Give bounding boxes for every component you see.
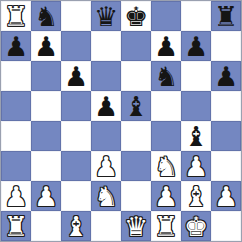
square-h3[interactable] <box>211 151 241 181</box>
white-rook-piece[interactable]: ♜ <box>4 213 28 240</box>
square-e1[interactable]: ♛ <box>121 211 151 241</box>
black-rook-piece[interactable]: ♜ <box>214 3 238 30</box>
square-h8[interactable]: ♜ <box>211 1 241 31</box>
square-b2[interactable]: ♟ <box>31 181 61 211</box>
white-pawn-piece[interactable]: ♟ <box>184 153 208 180</box>
square-g3[interactable]: ♟ <box>181 151 211 181</box>
white-pawn-piece[interactable]: ♟ <box>4 183 28 210</box>
square-f7[interactable]: ♟ <box>151 31 181 61</box>
square-b6[interactable] <box>31 61 61 91</box>
white-rook-piece[interactable]: ♜ <box>4 3 28 30</box>
white-bishop-piece[interactable]: ♝ <box>184 183 208 210</box>
white-pawn-piece[interactable]: ♟ <box>94 153 118 180</box>
square-f2[interactable]: ♟ <box>151 181 181 211</box>
square-e7[interactable] <box>121 31 151 61</box>
square-c1[interactable]: ♝ <box>61 211 91 241</box>
square-g6[interactable] <box>181 61 211 91</box>
square-c8[interactable] <box>61 1 91 31</box>
black-pawn-piece[interactable]: ♟ <box>154 33 178 60</box>
square-h5[interactable] <box>211 91 241 121</box>
square-a4[interactable] <box>1 121 31 151</box>
white-pawn-piece[interactable]: ♟ <box>34 183 58 210</box>
black-pawn-piece[interactable]: ♟ <box>214 63 238 90</box>
square-a1[interactable]: ♜ <box>1 211 31 241</box>
square-a2[interactable]: ♟ <box>1 181 31 211</box>
square-d1[interactable] <box>91 211 121 241</box>
square-c3[interactable] <box>61 151 91 181</box>
square-a5[interactable] <box>1 91 31 121</box>
square-h2[interactable]: ♟ <box>211 181 241 211</box>
square-h4[interactable] <box>211 121 241 151</box>
black-pawn-piece[interactable]: ♟ <box>4 33 28 60</box>
square-g5[interactable] <box>181 91 211 121</box>
square-e8[interactable]: ♚ <box>121 1 151 31</box>
square-c4[interactable] <box>61 121 91 151</box>
square-g4[interactable]: ♝ <box>181 121 211 151</box>
square-a3[interactable] <box>1 151 31 181</box>
square-c5[interactable] <box>61 91 91 121</box>
square-d8[interactable]: ♛ <box>91 1 121 31</box>
square-e4[interactable] <box>121 121 151 151</box>
square-d7[interactable] <box>91 31 121 61</box>
square-a7[interactable]: ♟ <box>1 31 31 61</box>
square-d2[interactable]: ♞ <box>91 181 121 211</box>
square-c7[interactable] <box>61 31 91 61</box>
white-rook-piece[interactable]: ♜ <box>154 213 178 240</box>
black-knight-piece[interactable]: ♞ <box>34 3 58 30</box>
white-knight-piece[interactable]: ♞ <box>94 183 118 210</box>
square-g8[interactable] <box>181 1 211 31</box>
square-a8[interactable]: ♜ <box>1 1 31 31</box>
square-f4[interactable] <box>151 121 181 151</box>
square-b7[interactable]: ♟ <box>31 31 61 61</box>
black-pawn-piece[interactable]: ♟ <box>94 93 118 120</box>
square-f8[interactable] <box>151 1 181 31</box>
black-pawn-piece[interactable]: ♟ <box>184 33 208 60</box>
square-g2[interactable]: ♝ <box>181 181 211 211</box>
square-f1[interactable]: ♜ <box>151 211 181 241</box>
square-g1[interactable]: ♚ <box>181 211 211 241</box>
black-king-piece[interactable]: ♚ <box>124 3 148 30</box>
square-h1[interactable] <box>211 211 241 241</box>
black-pawn-piece[interactable]: ♟ <box>34 33 58 60</box>
square-d5[interactable]: ♟ <box>91 91 121 121</box>
white-queen-piece[interactable]: ♛ <box>124 213 148 240</box>
square-e5[interactable]: ♝ <box>121 91 151 121</box>
square-b8[interactable]: ♞ <box>31 1 61 31</box>
square-e3[interactable] <box>121 151 151 181</box>
square-f6[interactable]: ♞ <box>151 61 181 91</box>
black-bishop-piece[interactable]: ♝ <box>124 93 148 120</box>
black-queen-piece[interactable]: ♛ <box>94 3 118 30</box>
square-f5[interactable] <box>151 91 181 121</box>
black-pawn-piece[interactable]: ♟ <box>64 63 88 90</box>
white-pawn-piece[interactable]: ♟ <box>154 183 178 210</box>
square-d6[interactable] <box>91 61 121 91</box>
chess-board: ♜♞♛♚♜♟♟♟♟♟♞♟♟♝♝♟♞♟♟♟♞♟♝♟♜♝♛♜♚ <box>0 0 242 242</box>
square-f3[interactable]: ♞ <box>151 151 181 181</box>
white-knight-piece[interactable]: ♞ <box>154 153 178 180</box>
black-bishop-piece[interactable]: ♝ <box>184 123 208 150</box>
square-b4[interactable] <box>31 121 61 151</box>
square-d3[interactable]: ♟ <box>91 151 121 181</box>
square-a6[interactable] <box>1 61 31 91</box>
square-b5[interactable] <box>31 91 61 121</box>
square-h7[interactable] <box>211 31 241 61</box>
square-g7[interactable]: ♟ <box>181 31 211 61</box>
square-b1[interactable] <box>31 211 61 241</box>
square-e2[interactable] <box>121 181 151 211</box>
square-b3[interactable] <box>31 151 61 181</box>
black-knight-piece[interactable]: ♞ <box>154 63 178 90</box>
white-pawn-piece[interactable]: ♟ <box>214 183 238 210</box>
square-c6[interactable]: ♟ <box>61 61 91 91</box>
square-d4[interactable] <box>91 121 121 151</box>
square-h6[interactable]: ♟ <box>211 61 241 91</box>
square-e6[interactable] <box>121 61 151 91</box>
square-c2[interactable] <box>61 181 91 211</box>
white-king-piece[interactable]: ♚ <box>184 213 208 240</box>
white-bishop-piece[interactable]: ♝ <box>64 213 88 240</box>
